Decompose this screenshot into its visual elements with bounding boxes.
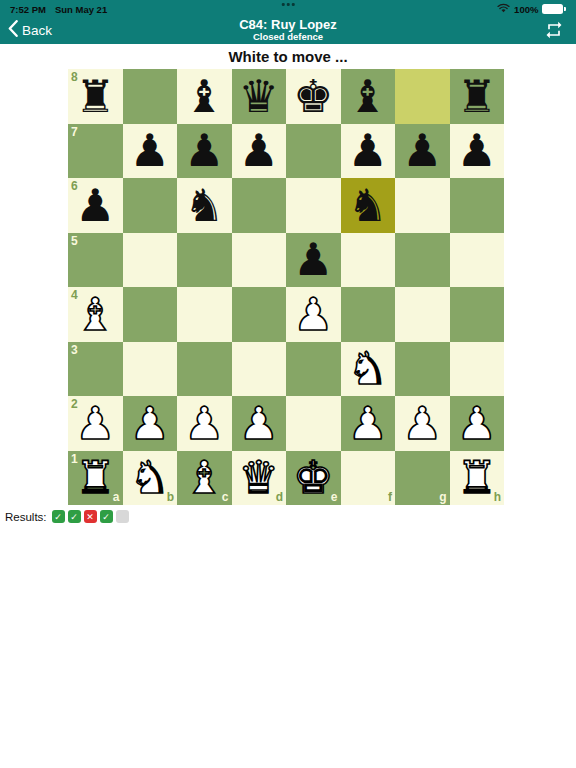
square-d6[interactable] (232, 178, 287, 233)
black-pawn-f7: ♟ (341, 124, 396, 179)
result-pass-icon: ✓ (52, 510, 65, 523)
square-d2[interactable]: ♟ (232, 396, 287, 451)
black-pawn-g7: ♟ (395, 124, 450, 179)
results-label: Results: (5, 511, 47, 523)
square-g5[interactable] (395, 233, 450, 288)
multitask-dots-icon (282, 3, 295, 6)
black-queen-d8: ♛ (232, 69, 287, 124)
white-bishop-a4: ♝ (68, 287, 123, 342)
page-subtitle: Closed defence (239, 32, 337, 42)
square-a6[interactable]: 6♟ (68, 178, 123, 233)
black-king-e8: ♚ (286, 69, 341, 124)
result-fail-icon: ✕ (84, 510, 97, 523)
square-h7[interactable]: ♟ (450, 124, 505, 179)
rank-label-7: 7 (71, 126, 78, 138)
square-d7[interactable]: ♟ (232, 124, 287, 179)
square-a7[interactable]: 7 (68, 124, 123, 179)
black-knight-f6: ♞ (341, 178, 396, 233)
black-pawn-h7: ♟ (450, 124, 505, 179)
square-g6[interactable] (395, 178, 450, 233)
square-d4[interactable] (232, 287, 287, 342)
white-pawn-e4: ♟ (286, 287, 341, 342)
square-c8[interactable]: ♝ (177, 69, 232, 124)
square-b2[interactable]: ♟ (123, 396, 178, 451)
square-h4[interactable] (450, 287, 505, 342)
white-bishop-c1: ♝ (177, 451, 232, 506)
square-c7[interactable]: ♟ (177, 124, 232, 179)
page-title: C84: Ruy Lopez (239, 18, 337, 32)
black-pawn-a6: ♟ (68, 178, 123, 233)
square-b5[interactable] (123, 233, 178, 288)
move-prompt: White to move ... (0, 48, 576, 66)
white-pawn-d2: ♟ (232, 396, 287, 451)
square-e7[interactable] (286, 124, 341, 179)
square-a4[interactable]: 4♝ (68, 287, 123, 342)
square-e6[interactable] (286, 178, 341, 233)
square-e2[interactable] (286, 396, 341, 451)
nav-bar: Back C84: Ruy Lopez Closed defence (0, 16, 576, 44)
square-c5[interactable] (177, 233, 232, 288)
white-queen-d1: ♛ (232, 451, 287, 506)
square-f6[interactable]: ♞ (341, 178, 396, 233)
battery-percent: 100% (514, 4, 538, 15)
white-king-e1: ♚ (286, 451, 341, 506)
top-chrome: 7:52 PM Sun May 21 100% (0, 0, 576, 44)
black-bishop-c8: ♝ (177, 69, 232, 124)
square-a8[interactable]: 8♜ (68, 69, 123, 124)
square-a5[interactable]: 5 (68, 233, 123, 288)
square-a3[interactable]: 3 (68, 342, 123, 397)
square-g7[interactable]: ♟ (395, 124, 450, 179)
square-c4[interactable] (177, 287, 232, 342)
square-f7[interactable]: ♟ (341, 124, 396, 179)
white-knight-b1: ♞ (123, 451, 178, 506)
result-pass-icon: ✓ (68, 510, 81, 523)
square-b6[interactable] (123, 178, 178, 233)
white-pawn-a2: ♟ (68, 396, 123, 451)
square-b4[interactable] (123, 287, 178, 342)
square-d8[interactable]: ♛ (232, 69, 287, 124)
flip-board-button[interactable] (544, 20, 564, 40)
black-pawn-b7: ♟ (123, 124, 178, 179)
file-label-g: g (439, 491, 446, 503)
result-pass-icon: ✓ (100, 510, 113, 523)
white-rook-a1: ♜ (68, 451, 123, 506)
square-h6[interactable] (450, 178, 505, 233)
white-pawn-g2: ♟ (395, 396, 450, 451)
square-f3[interactable]: ♞ (341, 342, 396, 397)
square-e1[interactable]: e♚ (286, 451, 341, 506)
square-f1[interactable]: f (341, 451, 396, 506)
white-pawn-h2: ♟ (450, 396, 505, 451)
square-d1[interactable]: d♛ (232, 451, 287, 506)
result-empty-icon (116, 510, 129, 523)
square-d3[interactable] (232, 342, 287, 397)
square-f2[interactable]: ♟ (341, 396, 396, 451)
square-b3[interactable] (123, 342, 178, 397)
square-f4[interactable] (341, 287, 396, 342)
square-h3[interactable] (450, 342, 505, 397)
square-e3[interactable] (286, 342, 341, 397)
status-date: Sun May 21 (55, 4, 107, 15)
flip-board-icon (544, 20, 564, 40)
file-label-f: f (388, 491, 392, 503)
square-d5[interactable] (232, 233, 287, 288)
square-c1[interactable]: c♝ (177, 451, 232, 506)
square-f8[interactable]: ♝ (341, 69, 396, 124)
square-h1[interactable]: h♜ (450, 451, 505, 506)
wifi-icon (497, 3, 510, 15)
square-h5[interactable] (450, 233, 505, 288)
square-g8[interactable] (395, 69, 450, 124)
rank-label-5: 5 (71, 235, 78, 247)
square-c2[interactable]: ♟ (177, 396, 232, 451)
back-label: Back (22, 23, 52, 38)
status-bar: 7:52 PM Sun May 21 100% (0, 0, 576, 16)
battery-icon (542, 4, 566, 14)
white-pawn-f2: ♟ (341, 396, 396, 451)
header-titles: C84: Ruy Lopez Closed defence (239, 18, 337, 42)
square-a1[interactable]: 1a♜ (68, 451, 123, 506)
black-knight-c6: ♞ (177, 178, 232, 233)
square-a2[interactable]: 2♟ (68, 396, 123, 451)
chess-board: 8♜♝♛♚♝♜7♟♟♟♟♟♟6♟♞♞5♟4♝♟3♞2♟♟♟♟♟♟♟1a♜b♞c♝… (68, 69, 504, 505)
square-g2[interactable]: ♟ (395, 396, 450, 451)
square-g1[interactable]: g (395, 451, 450, 506)
square-b7[interactable]: ♟ (123, 124, 178, 179)
square-c3[interactable] (177, 342, 232, 397)
square-b8[interactable] (123, 69, 178, 124)
square-e4[interactable]: ♟ (286, 287, 341, 342)
white-pawn-b2: ♟ (123, 396, 178, 451)
white-rook-h1: ♜ (450, 451, 505, 506)
square-b1[interactable]: b♞ (123, 451, 178, 506)
rank-label-3: 3 (71, 344, 78, 356)
square-g3[interactable] (395, 342, 450, 397)
back-chevron-icon (8, 20, 18, 40)
status-time: 7:52 PM (10, 4, 46, 15)
black-rook-a8: ♜ (68, 69, 123, 124)
black-pawn-c7: ♟ (177, 124, 232, 179)
square-e8[interactable]: ♚ (286, 69, 341, 124)
back-button[interactable]: Back (8, 16, 52, 44)
square-f5[interactable] (341, 233, 396, 288)
black-bishop-f8: ♝ (341, 69, 396, 124)
square-e5[interactable]: ♟ (286, 233, 341, 288)
results-row: Results: ✓✓✕✓ (5, 510, 576, 523)
white-pawn-c2: ♟ (177, 396, 232, 451)
square-h8[interactable]: ♜ (450, 69, 505, 124)
black-pawn-d7: ♟ (232, 124, 287, 179)
black-rook-h8: ♜ (450, 69, 505, 124)
white-knight-f3: ♞ (341, 342, 396, 397)
square-c6[interactable]: ♞ (177, 178, 232, 233)
square-h2[interactable]: ♟ (450, 396, 505, 451)
square-g4[interactable] (395, 287, 450, 342)
black-pawn-e5: ♟ (286, 233, 341, 288)
